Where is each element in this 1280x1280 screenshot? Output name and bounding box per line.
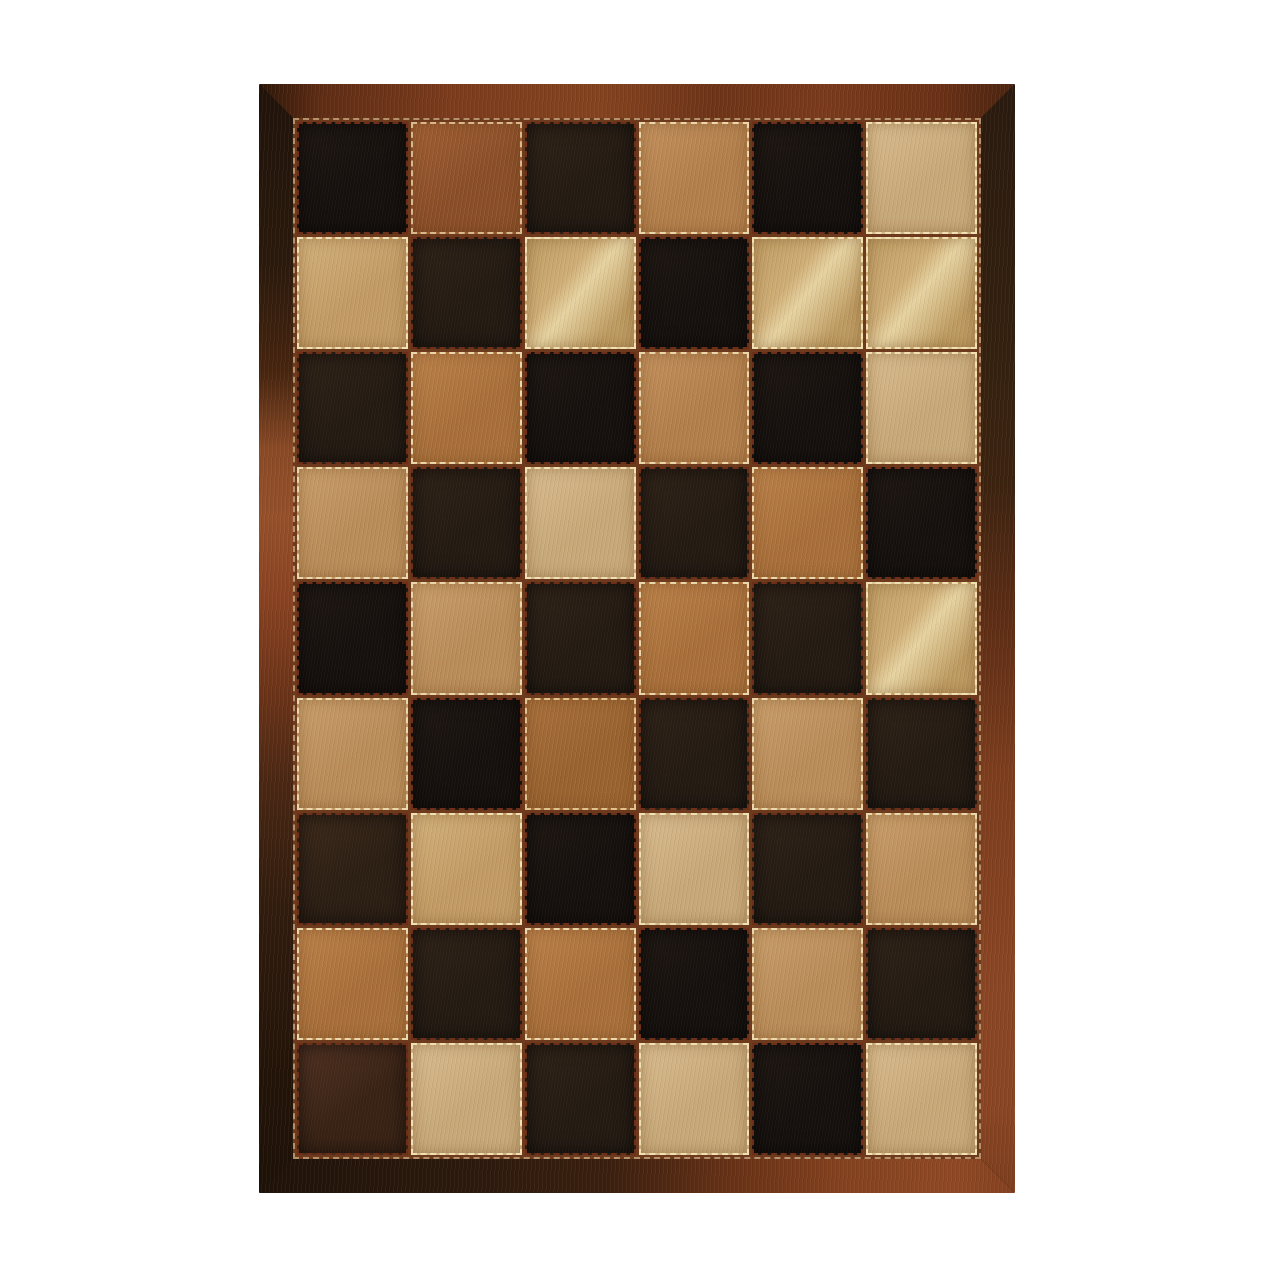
board-cell[interactable]: [752, 122, 863, 234]
board-cell[interactable]: [411, 467, 522, 579]
board-cell[interactable]: [525, 237, 636, 349]
board-cell[interactable]: [752, 237, 863, 349]
board-cell[interactable]: [411, 237, 522, 349]
board-cell[interactable]: [411, 813, 522, 925]
board-cell[interactable]: [297, 122, 408, 234]
board-cell[interactable]: [525, 928, 636, 1040]
board-cell[interactable]: [411, 352, 522, 464]
board-cell[interactable]: [297, 467, 408, 579]
board-cell[interactable]: [639, 467, 750, 579]
board-cell[interactable]: [525, 698, 636, 810]
board-cell[interactable]: [297, 698, 408, 810]
board-cell[interactable]: [866, 467, 977, 579]
board-cell[interactable]: [525, 813, 636, 925]
board-cell[interactable]: [297, 352, 408, 464]
board-cell[interactable]: [411, 582, 522, 694]
board-cell[interactable]: [411, 928, 522, 1040]
board-cell[interactable]: [866, 237, 977, 349]
board-cell[interactable]: [297, 813, 408, 925]
board-cell[interactable]: [639, 1043, 750, 1155]
board-cell[interactable]: [866, 122, 977, 234]
board-cell[interactable]: [411, 122, 522, 234]
board-cell[interactable]: [752, 582, 863, 694]
board-cell[interactable]: [525, 582, 636, 694]
board-cell[interactable]: [639, 582, 750, 694]
board-cell[interactable]: [639, 122, 750, 234]
board-cell[interactable]: [297, 1043, 408, 1155]
board-cell[interactable]: [752, 813, 863, 925]
board-cell[interactable]: [297, 928, 408, 1040]
board-cell[interactable]: [866, 698, 977, 810]
board-cell[interactable]: [752, 352, 863, 464]
board-cell[interactable]: [525, 352, 636, 464]
board-cell[interactable]: [411, 1043, 522, 1155]
board-cell[interactable]: [639, 237, 750, 349]
board-cell[interactable]: [752, 467, 863, 579]
board-cell[interactable]: [866, 813, 977, 925]
board-cell[interactable]: [297, 582, 408, 694]
board-cell[interactable]: [297, 237, 408, 349]
board-cell[interactable]: [639, 813, 750, 925]
board-cell[interactable]: [752, 928, 863, 1040]
board-cell[interactable]: [639, 698, 750, 810]
board-cell[interactable]: [639, 352, 750, 464]
board-cell[interactable]: [752, 698, 863, 810]
board-cell[interactable]: [411, 698, 522, 810]
board-cell[interactable]: [866, 928, 977, 1040]
board-cell[interactable]: [639, 928, 750, 1040]
board-cell[interactable]: [866, 352, 977, 464]
board-cell[interactable]: [866, 582, 977, 694]
board-cell[interactable]: [866, 1043, 977, 1155]
cowhide-patchwork-rug: [259, 84, 1015, 1193]
board-cell[interactable]: [525, 122, 636, 234]
board-cell[interactable]: [525, 467, 636, 579]
board-cell[interactable]: [525, 1043, 636, 1155]
checkerboard-grid: [293, 118, 981, 1159]
board-cell[interactable]: [752, 1043, 863, 1155]
